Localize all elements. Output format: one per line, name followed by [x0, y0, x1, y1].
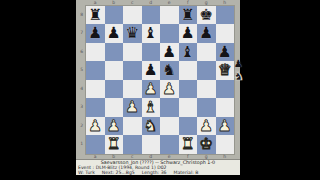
square-g4 — [197, 80, 216, 99]
square-b5 — [105, 61, 124, 80]
file-label-h: h — [216, 0, 235, 5]
square-h8 — [216, 6, 235, 25]
square-h1 — [216, 135, 235, 154]
piece-wb-d3: ♝ — [142, 98, 161, 117]
square-e4: ♟ — [160, 80, 179, 99]
square-e8 — [160, 6, 179, 25]
square-c4 — [123, 80, 142, 99]
square-d2: ♞ — [142, 117, 161, 136]
piece-wp-d4: ♟ — [142, 80, 161, 99]
rank-label-7: 7 — [76, 24, 85, 43]
info-line: W: TurkNext: 25...Bg5Length: 36Material:… — [78, 170, 240, 175]
square-g8: ♚ — [197, 6, 216, 25]
square-b2: ♟ — [105, 117, 124, 136]
square-b7: ♟ — [105, 24, 124, 43]
square-e3 — [160, 98, 179, 117]
square-b6 — [105, 43, 124, 62]
square-b4 — [105, 80, 124, 99]
square-g2: ♟ — [197, 117, 216, 136]
square-c7: ♛ — [123, 24, 142, 43]
square-f4 — [179, 80, 198, 99]
piece-wk-g1: ♚ — [197, 135, 216, 154]
game-info-panel: Saevarsson_Jon (????) -- Schwarz_Christo… — [76, 159, 240, 176]
rank-label-4: 4 — [76, 80, 85, 99]
square-f6: ♝ — [179, 43, 198, 62]
info-field-1: Next: 25...Bg5 — [102, 170, 135, 175]
square-a8: ♜ — [86, 6, 105, 25]
piece-wr-b1: ♜ — [105, 135, 124, 154]
info-field-2: Length: 36 — [142, 170, 167, 175]
piece-wp-e4: ♟ — [160, 80, 179, 99]
square-c1 — [123, 135, 142, 154]
square-a3 — [86, 98, 105, 117]
square-a1 — [86, 135, 105, 154]
square-b3 — [105, 98, 124, 117]
square-a5 — [86, 61, 105, 80]
square-a6 — [86, 43, 105, 62]
piece-wp-b2: ♟ — [105, 117, 124, 136]
square-f3 — [179, 98, 198, 117]
square-c3: ♟ — [123, 98, 142, 117]
piece-wn-d2: ♞ — [142, 117, 161, 136]
piece-bk-g8: ♚ — [197, 6, 216, 25]
piece-bp-h6: ♟ — [216, 43, 235, 62]
square-b1: ♜ — [105, 135, 124, 154]
square-b8 — [105, 6, 124, 25]
rank-label-8: 8 — [76, 6, 85, 25]
square-f5 — [179, 61, 198, 80]
square-a4 — [86, 80, 105, 99]
square-g5 — [197, 61, 216, 80]
piece-bb-d7: ♝ — [142, 24, 161, 43]
file-label-e: e — [160, 0, 179, 5]
chess-diagram-frame: abcdefgh 87654321 ♜♜♚♟♟♛♝♟♟♟♝♟♟♞♛♟♟♟♝♟♟♞… — [76, 0, 240, 174]
square-d5: ♟ — [142, 61, 161, 80]
rank-label-6: 6 — [76, 43, 85, 62]
square-f7: ♟ — [179, 24, 198, 43]
square-h2: ♟ — [216, 117, 235, 136]
square-g6 — [197, 43, 216, 62]
piece-bb-f6: ♝ — [179, 43, 198, 62]
piece-wr-f1: ♜ — [179, 135, 198, 154]
piece-bp-e6: ♟ — [160, 43, 179, 62]
square-h5: ♛ — [216, 61, 235, 80]
video-frame: abcdefgh 87654321 ♜♜♚♟♟♛♝♟♟♟♝♟♟♞♛♟♟♟♝♟♟♞… — [0, 0, 320, 180]
piece-bn-e5: ♞ — [160, 61, 179, 80]
square-h6: ♟ — [216, 43, 235, 62]
square-e6: ♟ — [160, 43, 179, 62]
square-d7: ♝ — [142, 24, 161, 43]
file-label-f: f — [179, 0, 198, 5]
info-field-3: Material: B — [174, 170, 199, 175]
square-d4: ♟ — [142, 80, 161, 99]
piece-bp-g7: ♟ — [197, 24, 216, 43]
piece-bp-d5: ♟ — [142, 61, 161, 80]
square-f8: ♜ — [179, 6, 198, 25]
square-a7: ♟ — [86, 24, 105, 43]
rank-label-5: 5 — [76, 61, 85, 80]
square-d6 — [142, 43, 161, 62]
info-field-0: W: Turk — [78, 170, 95, 175]
piece-bp-f7: ♟ — [179, 24, 198, 43]
file-labels-top: abcdefgh — [86, 0, 234, 5]
square-c2 — [123, 117, 142, 136]
file-label-g: g — [197, 0, 216, 5]
square-g3 — [197, 98, 216, 117]
square-f2 — [179, 117, 198, 136]
rank-label-2: 2 — [76, 117, 85, 136]
square-e5: ♞ — [160, 61, 179, 80]
rank-label-1: 1 — [76, 135, 85, 154]
rank-labels: 87654321 — [76, 6, 85, 154]
piece-wp-g2: ♟ — [197, 117, 216, 136]
square-h4 — [216, 80, 235, 99]
piece-bp-b7: ♟ — [105, 24, 124, 43]
piece-br-a8: ♜ — [86, 6, 105, 25]
piece-br-f8: ♜ — [179, 6, 198, 25]
square-h7 — [216, 24, 235, 43]
square-c6 — [123, 43, 142, 62]
piece-wp-h2: ♟ — [216, 117, 235, 136]
file-label-d: d — [142, 0, 161, 5]
square-e7 — [160, 24, 179, 43]
square-c5 — [123, 61, 142, 80]
rank-label-3: 3 — [76, 98, 85, 117]
square-g7: ♟ — [197, 24, 216, 43]
square-d3: ♝ — [142, 98, 161, 117]
piece-bq-c7: ♛ — [123, 24, 142, 43]
material-black-pawn-icon: ♟ — [234, 58, 243, 69]
piece-bp-a7: ♟ — [86, 24, 105, 43]
piece-wp-c3: ♟ — [123, 98, 142, 117]
square-h3 — [216, 98, 235, 117]
square-e2 — [160, 117, 179, 136]
file-label-c: c — [123, 0, 142, 5]
piece-wq-h5: ♛ — [216, 61, 235, 80]
piece-wp-a2: ♟ — [86, 117, 105, 136]
file-label-b: b — [105, 0, 124, 5]
square-e1 — [160, 135, 179, 154]
square-g1: ♚ — [197, 135, 216, 154]
material-white-knight-icon: ♞ — [233, 69, 244, 83]
square-f1: ♜ — [179, 135, 198, 154]
square-a2: ♟ — [86, 117, 105, 136]
square-c8 — [123, 6, 142, 25]
board: ♜♜♚♟♟♛♝♟♟♟♝♟♟♞♛♟♟♟♝♟♟♞♟♟♜♜♚ — [86, 6, 234, 154]
square-d8 — [142, 6, 161, 25]
file-label-a: a — [86, 0, 105, 5]
square-d1 — [142, 135, 161, 154]
